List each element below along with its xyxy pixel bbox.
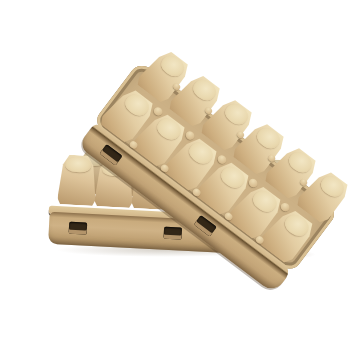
bump-flat-top xyxy=(286,148,316,175)
latch-hole xyxy=(163,227,182,240)
photo-stage xyxy=(0,0,350,350)
egg-carton-top xyxy=(75,47,349,296)
bump-flat-top xyxy=(254,124,284,151)
bump-flat-top xyxy=(190,76,220,103)
bump-flat-top xyxy=(158,52,188,79)
bump-flat-top xyxy=(318,172,348,199)
latch-hole xyxy=(68,222,87,235)
cone-flat-top xyxy=(65,156,91,172)
latch-hole xyxy=(100,144,123,166)
bump-flat-top xyxy=(222,100,252,127)
latch-hole xyxy=(194,215,217,237)
